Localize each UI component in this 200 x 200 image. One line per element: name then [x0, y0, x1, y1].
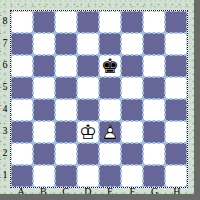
square-g4[interactable] — [143, 99, 165, 121]
square-e4[interactable] — [99, 99, 121, 121]
square-b8[interactable] — [33, 11, 55, 33]
square-f5[interactable] — [121, 77, 143, 99]
square-g3[interactable] — [143, 121, 165, 143]
square-b6[interactable] — [33, 55, 55, 77]
square-d3[interactable]: ♚♔ — [77, 121, 99, 143]
square-h4[interactable] — [165, 99, 187, 121]
square-g7[interactable] — [143, 33, 165, 55]
square-h3[interactable] — [165, 121, 187, 143]
square-a6[interactable] — [11, 55, 33, 77]
square-a7[interactable] — [11, 33, 33, 55]
rank-label-1: 1 — [0, 164, 10, 186]
black-king[interactable]: ♚ — [100, 56, 120, 76]
square-g6[interactable] — [143, 55, 165, 77]
square-h8[interactable] — [165, 11, 187, 33]
square-a2[interactable] — [11, 143, 33, 165]
square-g8[interactable] — [143, 11, 165, 33]
square-e3[interactable]: ♟♙ — [99, 121, 121, 143]
rank-label-6: 6 — [0, 54, 10, 76]
white-pawn-outline-glyph: ♙ — [100, 122, 120, 142]
square-e1[interactable] — [99, 165, 121, 187]
square-a8[interactable] — [11, 11, 33, 33]
square-b5[interactable] — [33, 77, 55, 99]
white-king-outline-glyph: ♔ — [78, 122, 98, 142]
square-f6[interactable] — [121, 55, 143, 77]
square-h7[interactable] — [165, 33, 187, 55]
black-king-fill-glyph: ♚ — [100, 56, 120, 76]
square-f2[interactable] — [121, 143, 143, 165]
square-c6[interactable] — [55, 55, 77, 77]
frame-shadow-right — [194, 0, 200, 200]
square-d6[interactable] — [77, 55, 99, 77]
square-h2[interactable] — [165, 143, 187, 165]
square-h1[interactable] — [165, 165, 187, 187]
square-d2[interactable] — [77, 143, 99, 165]
rank-label-2: 2 — [0, 142, 10, 164]
rank-label-4: 4 — [0, 98, 10, 120]
square-f7[interactable] — [121, 33, 143, 55]
square-h5[interactable] — [165, 77, 187, 99]
square-c5[interactable] — [55, 77, 77, 99]
square-d7[interactable] — [77, 33, 99, 55]
square-b2[interactable] — [33, 143, 55, 165]
square-g1[interactable] — [143, 165, 165, 187]
square-c3[interactable] — [55, 121, 77, 143]
square-c4[interactable] — [55, 99, 77, 121]
square-b3[interactable] — [33, 121, 55, 143]
rank-label-3: 3 — [0, 120, 10, 142]
square-a5[interactable] — [11, 77, 33, 99]
square-e6[interactable]: ♚ — [99, 55, 121, 77]
square-h6[interactable] — [165, 55, 187, 77]
white-pawn[interactable]: ♟♙ — [100, 122, 120, 142]
square-c2[interactable] — [55, 143, 77, 165]
square-d5[interactable] — [77, 77, 99, 99]
square-g2[interactable] — [143, 143, 165, 165]
square-f1[interactable] — [121, 165, 143, 187]
square-b7[interactable] — [33, 33, 55, 55]
chess-diagram: 87654321 ♚♚♔♟♙ ABCDEFGH — [0, 0, 200, 200]
square-b4[interactable] — [33, 99, 55, 121]
square-a3[interactable] — [11, 121, 33, 143]
chess-board: ♚♚♔♟♙ — [10, 10, 188, 188]
square-c8[interactable] — [55, 11, 77, 33]
rank-labels: 87654321 — [0, 10, 10, 186]
rank-label-8: 8 — [0, 10, 10, 32]
square-e8[interactable] — [99, 11, 121, 33]
square-d1[interactable] — [77, 165, 99, 187]
rank-label-7: 7 — [0, 32, 10, 54]
square-b1[interactable] — [33, 165, 55, 187]
square-e7[interactable] — [99, 33, 121, 55]
square-e5[interactable] — [99, 77, 121, 99]
square-a4[interactable] — [11, 99, 33, 121]
square-d4[interactable] — [77, 99, 99, 121]
square-c7[interactable] — [55, 33, 77, 55]
square-d8[interactable] — [77, 11, 99, 33]
white-king[interactable]: ♚♔ — [78, 122, 98, 142]
square-e2[interactable] — [99, 143, 121, 165]
frame-shadow-bottom — [0, 194, 200, 200]
square-c1[interactable] — [55, 165, 77, 187]
square-f8[interactable] — [121, 11, 143, 33]
square-f3[interactable] — [121, 121, 143, 143]
rank-label-5: 5 — [0, 76, 10, 98]
square-a1[interactable] — [11, 165, 33, 187]
square-f4[interactable] — [121, 99, 143, 121]
square-g5[interactable] — [143, 77, 165, 99]
